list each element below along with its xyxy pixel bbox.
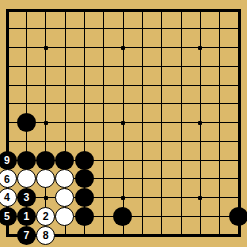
intersection[interactable]: [210, 19, 229, 38]
intersection[interactable]: [210, 38, 229, 57]
intersection[interactable]: [55, 226, 74, 245]
move-number-label: 4: [4, 192, 10, 203]
intersection[interactable]: [94, 38, 113, 57]
intersection[interactable]: [36, 1, 55, 20]
black-stone[interactable]: [36, 151, 55, 170]
intersection[interactable]: [229, 19, 247, 38]
intersection[interactable]: [17, 94, 36, 113]
intersection[interactable]: [113, 151, 132, 170]
intersection[interactable]: [229, 57, 247, 76]
intersection[interactable]: [152, 132, 171, 151]
intersection[interactable]: [17, 1, 36, 20]
intersection[interactable]: [113, 94, 132, 113]
intersection[interactable]: [0, 57, 17, 76]
black-stone[interactable]: 3: [17, 188, 36, 207]
intersection[interactable]: [152, 38, 171, 57]
intersection[interactable]: [94, 1, 113, 20]
intersection[interactable]: [94, 188, 113, 207]
move-number-label: 1: [23, 211, 29, 222]
intersection[interactable]: [210, 151, 229, 170]
intersection[interactable]: [55, 113, 74, 132]
white-stone[interactable]: [55, 188, 74, 207]
intersection[interactable]: [0, 94, 17, 113]
intersection[interactable]: [171, 113, 190, 132]
move-number-label: 5: [4, 211, 10, 222]
intersection[interactable]: [171, 132, 190, 151]
intersection[interactable]: [152, 226, 171, 245]
intersection[interactable]: [75, 207, 94, 226]
intersection[interactable]: 1: [17, 207, 36, 226]
intersection[interactable]: [191, 226, 210, 245]
intersection[interactable]: [210, 188, 229, 207]
intersection[interactable]: [113, 169, 132, 188]
intersection[interactable]: [229, 132, 247, 151]
go-board: 964351278: [0, 1, 247, 245]
intersection[interactable]: [152, 113, 171, 132]
intersection[interactable]: [171, 76, 190, 95]
intersection[interactable]: [0, 19, 17, 38]
intersection[interactable]: [75, 132, 94, 151]
intersection[interactable]: [113, 1, 132, 20]
intersection[interactable]: [171, 169, 190, 188]
black-stone[interactable]: 7: [17, 226, 36, 245]
intersection[interactable]: [210, 113, 229, 132]
intersection[interactable]: [36, 19, 55, 38]
intersection[interactable]: [75, 188, 94, 207]
intersection[interactable]: [55, 132, 74, 151]
intersection[interactable]: [36, 113, 55, 132]
intersection[interactable]: [171, 38, 190, 57]
black-stone[interactable]: [229, 207, 247, 226]
move-number-label: 7: [23, 230, 29, 241]
black-stone[interactable]: [75, 169, 94, 188]
intersection[interactable]: [152, 188, 171, 207]
intersection[interactable]: [55, 19, 74, 38]
intersection[interactable]: 5: [0, 207, 17, 226]
intersection[interactable]: [75, 1, 94, 20]
intersection[interactable]: [113, 38, 132, 57]
intersection[interactable]: [17, 151, 36, 170]
go-board-diagram: 964351278: [0, 0, 247, 247]
intersection[interactable]: [152, 76, 171, 95]
intersection[interactable]: [36, 132, 55, 151]
intersection[interactable]: [0, 76, 17, 95]
intersection[interactable]: [152, 57, 171, 76]
intersection[interactable]: [55, 207, 74, 226]
intersection[interactable]: [36, 76, 55, 95]
intersection[interactable]: [94, 226, 113, 245]
intersection[interactable]: [133, 76, 152, 95]
black-stone[interactable]: [75, 151, 94, 170]
intersection[interactable]: [171, 226, 190, 245]
intersection[interactable]: [229, 94, 247, 113]
intersection[interactable]: [113, 76, 132, 95]
intersection[interactable]: [229, 38, 247, 57]
intersection[interactable]: [36, 94, 55, 113]
move-number-label: 2: [43, 211, 49, 222]
intersection[interactable]: [75, 113, 94, 132]
intersection[interactable]: [191, 38, 210, 57]
intersection[interactable]: [17, 38, 36, 57]
intersection[interactable]: [94, 151, 113, 170]
intersection[interactable]: [229, 76, 247, 95]
intersection[interactable]: [75, 226, 94, 245]
intersection[interactable]: [55, 151, 74, 170]
intersection[interactable]: [133, 38, 152, 57]
intersection[interactable]: [17, 19, 36, 38]
intersection[interactable]: [191, 1, 210, 20]
move-number-label: 9: [4, 155, 10, 166]
intersection[interactable]: [191, 113, 210, 132]
intersection[interactable]: [113, 226, 132, 245]
intersection[interactable]: [191, 207, 210, 226]
intersection[interactable]: [133, 1, 152, 20]
intersection[interactable]: [133, 188, 152, 207]
intersection[interactable]: [191, 76, 210, 95]
intersection[interactable]: [152, 94, 171, 113]
white-stone[interactable]: [17, 169, 36, 188]
intersection[interactable]: [55, 57, 74, 76]
intersection[interactable]: [152, 151, 171, 170]
intersection[interactable]: [36, 151, 55, 170]
intersection[interactable]: [210, 76, 229, 95]
intersection[interactable]: [94, 19, 113, 38]
intersection[interactable]: [133, 207, 152, 226]
intersection[interactable]: [36, 57, 55, 76]
intersection[interactable]: [94, 113, 113, 132]
intersection[interactable]: [133, 132, 152, 151]
intersection[interactable]: [36, 188, 55, 207]
intersection[interactable]: [75, 76, 94, 95]
intersection[interactable]: [55, 38, 74, 57]
intersection[interactable]: [75, 94, 94, 113]
intersection[interactable]: [17, 169, 36, 188]
white-stone[interactable]: [36, 169, 55, 188]
white-stone[interactable]: 8: [36, 226, 55, 245]
intersection[interactable]: [94, 169, 113, 188]
intersection[interactable]: [133, 94, 152, 113]
intersection[interactable]: [210, 226, 229, 245]
intersection[interactable]: [113, 132, 132, 151]
intersection[interactable]: [152, 169, 171, 188]
intersection[interactable]: [152, 207, 171, 226]
intersection[interactable]: [191, 57, 210, 76]
black-stone[interactable]: [75, 188, 94, 207]
white-stone[interactable]: 4: [0, 188, 17, 207]
intersection[interactable]: [210, 169, 229, 188]
intersection[interactable]: [191, 169, 210, 188]
intersection[interactable]: 9: [0, 151, 17, 170]
intersection[interactable]: [191, 19, 210, 38]
intersection[interactable]: [75, 169, 94, 188]
intersection[interactable]: [152, 1, 171, 20]
intersection[interactable]: [133, 169, 152, 188]
black-stone[interactable]: 5: [0, 207, 17, 226]
move-number-label: 6: [4, 174, 10, 185]
intersection[interactable]: [191, 151, 210, 170]
intersection[interactable]: [191, 94, 210, 113]
intersection[interactable]: [17, 57, 36, 76]
intersection[interactable]: [55, 76, 74, 95]
move-number-label: 8: [43, 230, 49, 241]
intersection[interactable]: [171, 207, 190, 226]
black-stone[interactable]: [17, 113, 36, 132]
intersection[interactable]: 3: [17, 188, 36, 207]
intersection[interactable]: [0, 113, 17, 132]
intersection[interactable]: [75, 38, 94, 57]
intersection[interactable]: [229, 226, 247, 245]
intersection[interactable]: [0, 1, 17, 20]
black-stone[interactable]: [75, 207, 94, 226]
intersection[interactable]: [0, 226, 17, 245]
intersection[interactable]: 6: [0, 169, 17, 188]
intersection[interactable]: [75, 19, 94, 38]
intersection[interactable]: [229, 188, 247, 207]
intersection[interactable]: [229, 1, 247, 20]
black-stone[interactable]: [113, 207, 132, 226]
intersection[interactable]: [191, 188, 210, 207]
intersection[interactable]: [191, 132, 210, 151]
intersection[interactable]: [171, 19, 190, 38]
intersection[interactable]: [94, 76, 113, 95]
intersection[interactable]: 7: [17, 226, 36, 245]
intersection[interactable]: [210, 94, 229, 113]
white-stone[interactable]: 2: [36, 207, 55, 226]
intersection[interactable]: [55, 188, 74, 207]
intersection[interactable]: [210, 132, 229, 151]
intersection[interactable]: [171, 57, 190, 76]
intersection[interactable]: [229, 207, 247, 226]
intersection[interactable]: [17, 76, 36, 95]
intersection[interactable]: [171, 188, 190, 207]
intersection[interactable]: [36, 169, 55, 188]
intersection[interactable]: [94, 94, 113, 113]
intersection[interactable]: [133, 151, 152, 170]
intersection[interactable]: [210, 207, 229, 226]
intersection[interactable]: [55, 1, 74, 20]
intersection[interactable]: [229, 151, 247, 170]
intersection[interactable]: [113, 207, 132, 226]
black-stone[interactable]: [55, 151, 74, 170]
intersection[interactable]: [94, 132, 113, 151]
intersection[interactable]: [75, 151, 94, 170]
intersection[interactable]: [171, 94, 190, 113]
intersection[interactable]: [113, 57, 132, 76]
intersection[interactable]: 8: [36, 226, 55, 245]
intersection[interactable]: 2: [36, 207, 55, 226]
intersection[interactable]: [210, 57, 229, 76]
intersection[interactable]: [113, 19, 132, 38]
intersection[interactable]: [133, 113, 152, 132]
intersection[interactable]: [55, 94, 74, 113]
intersection[interactable]: [171, 1, 190, 20]
intersection[interactable]: [133, 57, 152, 76]
intersection[interactable]: [113, 113, 132, 132]
white-stone[interactable]: [55, 169, 74, 188]
intersection[interactable]: [94, 207, 113, 226]
intersection[interactable]: [36, 38, 55, 57]
intersection[interactable]: [55, 169, 74, 188]
intersection[interactable]: 4: [0, 188, 17, 207]
intersection[interactable]: [17, 113, 36, 132]
black-stone[interactable]: 1: [17, 207, 36, 226]
intersection[interactable]: [113, 188, 132, 207]
intersection[interactable]: [75, 57, 94, 76]
black-stone[interactable]: [17, 151, 36, 170]
white-stone[interactable]: [55, 207, 74, 226]
intersection[interactable]: [210, 1, 229, 20]
intersection[interactable]: [229, 113, 247, 132]
intersection[interactable]: [152, 19, 171, 38]
intersection[interactable]: [0, 38, 17, 57]
white-stone[interactable]: 6: [0, 169, 17, 188]
black-stone[interactable]: 9: [0, 151, 17, 170]
intersection[interactable]: [0, 132, 17, 151]
intersection[interactable]: [94, 57, 113, 76]
move-number-label: 3: [23, 192, 29, 203]
intersection[interactable]: [229, 169, 247, 188]
intersection[interactable]: [133, 226, 152, 245]
intersection[interactable]: [17, 132, 36, 151]
intersection[interactable]: [133, 19, 152, 38]
intersection[interactable]: [171, 151, 190, 170]
